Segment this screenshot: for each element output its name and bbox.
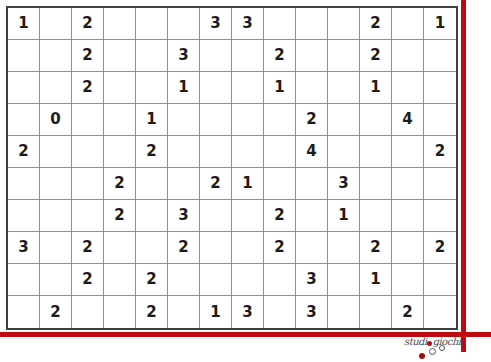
grid-cell-clue[interactable]: 2 xyxy=(200,168,232,200)
grid-cell-empty[interactable] xyxy=(168,104,200,136)
grid-cell-empty[interactable] xyxy=(136,40,168,72)
grid-cell-empty[interactable] xyxy=(168,168,200,200)
grid-cell-empty[interactable] xyxy=(360,168,392,200)
grid-cell-empty[interactable] xyxy=(40,264,72,296)
grid-cell-empty[interactable] xyxy=(296,232,328,264)
grid-cell-clue[interactable]: 2 xyxy=(72,232,104,264)
grid-cell-empty[interactable] xyxy=(40,72,72,104)
grid-cell-empty[interactable] xyxy=(168,296,200,328)
grid-cell-empty[interactable] xyxy=(40,136,72,168)
grid-cell-clue[interactable]: 2 xyxy=(360,232,392,264)
grid-cell-empty[interactable] xyxy=(424,200,456,232)
grid-cell-empty[interactable] xyxy=(136,8,168,40)
grid-cell-clue[interactable]: 2 xyxy=(264,200,296,232)
grid-cell-empty[interactable] xyxy=(72,104,104,136)
grid-cell-clue[interactable]: 2 xyxy=(104,168,136,200)
grid-cell-empty[interactable] xyxy=(72,200,104,232)
grid-cell-empty[interactable] xyxy=(168,264,200,296)
grid-cell-empty[interactable] xyxy=(392,232,424,264)
grid-cell-empty[interactable] xyxy=(424,40,456,72)
grid-cell-clue[interactable]: 2 xyxy=(72,8,104,40)
grid-cell-empty[interactable] xyxy=(296,168,328,200)
grid-cell-clue[interactable]: 1 xyxy=(264,72,296,104)
grid-cell-clue[interactable]: 2 xyxy=(360,8,392,40)
grid-cell-empty[interactable] xyxy=(424,72,456,104)
grid-cell-empty[interactable] xyxy=(8,200,40,232)
grid-cell-clue[interactable]: 1 xyxy=(232,168,264,200)
grid-cell-empty[interactable] xyxy=(8,40,40,72)
logo-text-suffix: giochi xyxy=(433,336,461,347)
logo-filled-dot-icon xyxy=(419,353,425,359)
grid-cell-empty[interactable] xyxy=(264,296,296,328)
grid-cell-empty[interactable] xyxy=(40,232,72,264)
grid-cell-empty[interactable] xyxy=(72,168,104,200)
grid-cell-empty[interactable] xyxy=(200,104,232,136)
logo-text-prefix: studi xyxy=(404,336,427,347)
grid-cell-clue[interactable]: 3 xyxy=(232,296,264,328)
grid-cell-clue[interactable]: 2 xyxy=(40,296,72,328)
grid-cell-clue[interactable]: 3 xyxy=(232,8,264,40)
grid-cell-empty[interactable] xyxy=(168,8,200,40)
grid-cell-clue[interactable]: 2 xyxy=(360,40,392,72)
grid-cell-empty[interactable] xyxy=(104,264,136,296)
grid-cell-empty[interactable] xyxy=(104,232,136,264)
grid-cell-empty[interactable] xyxy=(232,40,264,72)
grid-cell-clue[interactable]: 1 xyxy=(136,104,168,136)
grid-cell-empty[interactable] xyxy=(200,200,232,232)
grid-cell-empty[interactable] xyxy=(424,264,456,296)
grid-cell-clue[interactable]: 2 xyxy=(264,232,296,264)
grid-cell-clue[interactable]: 3 xyxy=(328,168,360,200)
grid-cell-empty[interactable] xyxy=(328,104,360,136)
grid-cell-empty[interactable] xyxy=(296,200,328,232)
grid-cell-empty[interactable] xyxy=(424,168,456,200)
accent-vertical-rule xyxy=(461,0,466,352)
grid-cell-empty[interactable] xyxy=(392,40,424,72)
grid-cell-empty[interactable] xyxy=(104,104,136,136)
grid-cell-empty[interactable] xyxy=(232,136,264,168)
grid-cell-empty[interactable] xyxy=(40,40,72,72)
grid-cell-clue[interactable]: 3 xyxy=(296,296,328,328)
grid-cell-clue[interactable]: 1 xyxy=(168,72,200,104)
grid-cell-clue[interactable]: 2 xyxy=(72,72,104,104)
grid-cell-empty[interactable] xyxy=(8,264,40,296)
grid-cell-empty[interactable] xyxy=(168,136,200,168)
grid-cell-empty[interactable] xyxy=(328,8,360,40)
grid-cell-empty[interactable] xyxy=(136,232,168,264)
grid-cell-clue[interactable]: 1 xyxy=(424,8,456,40)
grid-cell-empty[interactable] xyxy=(200,232,232,264)
grid-cell-empty[interactable] xyxy=(392,136,424,168)
grid-cell-empty[interactable] xyxy=(328,40,360,72)
grid-cell-clue[interactable]: 1 xyxy=(8,8,40,40)
grid-cell-empty[interactable] xyxy=(360,136,392,168)
grid-cell-empty[interactable] xyxy=(392,264,424,296)
grid-cell-empty[interactable] xyxy=(8,168,40,200)
grid-cell-empty[interactable] xyxy=(392,72,424,104)
grid-cell-empty[interactable] xyxy=(232,72,264,104)
grid-cell-empty[interactable] xyxy=(264,168,296,200)
grid-cell-empty[interactable] xyxy=(200,40,232,72)
grid-cell-empty[interactable] xyxy=(264,104,296,136)
grid-cell-empty[interactable] xyxy=(40,200,72,232)
grid-cell-clue[interactable]: 1 xyxy=(360,264,392,296)
grid-cell-empty[interactable] xyxy=(8,296,40,328)
grid-cell-empty[interactable] xyxy=(392,200,424,232)
grid-cell-clue[interactable]: 2 xyxy=(136,264,168,296)
grid-cell-clue[interactable]: 2 xyxy=(424,136,456,168)
grid-cell-clue[interactable]: 2 xyxy=(136,136,168,168)
grid-cell-clue[interactable]: 3 xyxy=(168,40,200,72)
grid-cell-empty[interactable] xyxy=(328,296,360,328)
grid-cell-empty[interactable] xyxy=(104,72,136,104)
grid-cell-empty[interactable] xyxy=(232,104,264,136)
grid-cell-empty[interactable] xyxy=(328,232,360,264)
grid-cell-empty[interactable] xyxy=(8,72,40,104)
grid-cell-empty[interactable] xyxy=(360,296,392,328)
grid-cell-clue[interactable]: 0 xyxy=(40,104,72,136)
grid-cell-empty[interactable] xyxy=(264,8,296,40)
grid-cell-empty[interactable] xyxy=(328,264,360,296)
grid-cell-clue[interactable]: 4 xyxy=(392,104,424,136)
grid-cell-empty[interactable] xyxy=(232,232,264,264)
grid-cell-empty[interactable] xyxy=(104,136,136,168)
grid-cell-clue[interactable]: 1 xyxy=(360,72,392,104)
grid-cell-empty[interactable] xyxy=(136,200,168,232)
logo-small-ring-dot-icon xyxy=(439,345,445,351)
grid-cell-empty[interactable] xyxy=(360,200,392,232)
grid-cell-clue[interactable]: 2 xyxy=(168,232,200,264)
grid-cell-empty[interactable] xyxy=(40,168,72,200)
grid-cell-clue[interactable]: 1 xyxy=(328,200,360,232)
grid-cell-clue[interactable]: 4 xyxy=(296,136,328,168)
grid-cell-empty[interactable] xyxy=(40,8,72,40)
logo-ring-dot-icon xyxy=(429,348,436,355)
grid-cell-clue[interactable]: 3 xyxy=(296,264,328,296)
grid-cell-clue[interactable]: 2 xyxy=(72,264,104,296)
grid-cell-empty[interactable] xyxy=(392,8,424,40)
grid-cell-empty[interactable] xyxy=(136,168,168,200)
grid-cell-empty[interactable] xyxy=(200,136,232,168)
studiogiochi-logo: studigiochi xyxy=(404,336,461,347)
grid-cell-clue[interactable]: 3 xyxy=(8,232,40,264)
grid-cell-empty[interactable] xyxy=(104,40,136,72)
grid-cell-empty[interactable] xyxy=(72,136,104,168)
grid-cell-clue[interactable]: 3 xyxy=(168,200,200,232)
grid-cell-empty[interactable] xyxy=(264,136,296,168)
grid-cell-empty[interactable] xyxy=(104,296,136,328)
grid-cell-empty[interactable] xyxy=(360,104,392,136)
grid-cell-clue[interactable]: 3 xyxy=(200,8,232,40)
grid-cell-clue[interactable]: 2 xyxy=(8,136,40,168)
grid-cell-empty[interactable] xyxy=(232,200,264,232)
grid-cell-clue[interactable]: 2 xyxy=(264,40,296,72)
grid-cell-clue[interactable]: 2 xyxy=(424,232,456,264)
grid-cell-empty[interactable] xyxy=(232,264,264,296)
grid-cell-empty[interactable] xyxy=(136,72,168,104)
grid-cell-empty[interactable] xyxy=(328,136,360,168)
grid-cell-empty[interactable] xyxy=(8,104,40,136)
grid-cell-empty[interactable] xyxy=(264,264,296,296)
grid-cell-empty[interactable] xyxy=(296,8,328,40)
grid-cell-empty[interactable] xyxy=(296,72,328,104)
grid-cell-empty[interactable] xyxy=(200,264,232,296)
grid-cell-empty[interactable] xyxy=(424,296,456,328)
grid-cell-empty[interactable] xyxy=(72,296,104,328)
grid-cell-clue[interactable]: 2 xyxy=(296,104,328,136)
grid-cell-clue[interactable]: 2 xyxy=(72,40,104,72)
grid-cell-empty[interactable] xyxy=(296,40,328,72)
grid-cell-clue[interactable]: 2 xyxy=(104,200,136,232)
grid-cell-clue[interactable]: 2 xyxy=(392,296,424,328)
logo-red-dot-icon xyxy=(427,341,432,346)
puzzle-board: 1233212322211101242242221323213222222231… xyxy=(6,6,458,330)
grid-cell-empty[interactable] xyxy=(328,72,360,104)
grid-cell-empty[interactable] xyxy=(392,168,424,200)
grid-cell-empty[interactable] xyxy=(104,8,136,40)
grid-cell-clue[interactable]: 1 xyxy=(200,296,232,328)
grid-cell-empty[interactable] xyxy=(200,72,232,104)
grid-cell-empty[interactable] xyxy=(424,104,456,136)
grid-cell-clue[interactable]: 2 xyxy=(136,296,168,328)
